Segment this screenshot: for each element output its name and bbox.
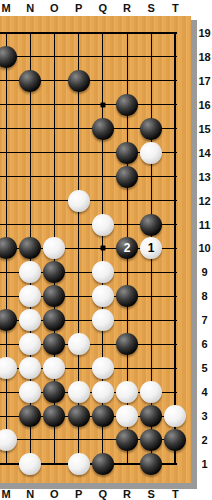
stone-black-S2[interactable] (140, 429, 162, 451)
stone-black-N10[interactable] (19, 237, 41, 259)
move-number-label: 2 (124, 237, 131, 259)
go-diagram: 21MMNNOOPPQQRRSSTT1918171615141312111098… (0, 0, 212, 500)
stone-white-P4[interactable] (68, 381, 90, 403)
stone-black-O8[interactable] (43, 285, 65, 307)
grid-line-vertical-T (174, 32, 176, 465)
stone-white-O5[interactable] (43, 357, 65, 379)
bottom-column-label-P: P (75, 488, 82, 500)
stone-white-Q5[interactable] (92, 357, 114, 379)
row-label-1: 1 (201, 458, 207, 470)
row-label-4: 4 (201, 386, 207, 398)
stone-white-P1[interactable] (68, 453, 90, 475)
star-point-Q10 (100, 246, 105, 251)
stone-white-Q4[interactable] (92, 381, 114, 403)
bottom-column-label-M: M (1, 488, 10, 500)
stone-black-R10[interactable]: 2 (116, 237, 138, 259)
stone-black-S11[interactable] (140, 214, 162, 236)
stone-black-Q15[interactable] (92, 118, 114, 140)
row-label-16: 16 (198, 99, 210, 111)
row-label-14: 14 (198, 147, 210, 159)
stone-black-R14[interactable] (116, 142, 138, 164)
stone-white-N9[interactable] (19, 261, 41, 283)
board-shadow-right (191, 20, 197, 489)
stone-black-N17[interactable] (19, 70, 41, 92)
stone-black-R2[interactable] (116, 429, 138, 451)
row-label-19: 19 (198, 27, 210, 39)
row-label-8: 8 (201, 290, 207, 302)
top-column-label-M: M (1, 2, 10, 14)
top-column-label-P: P (75, 2, 82, 14)
stone-white-Q7[interactable] (92, 309, 114, 331)
stone-black-R8[interactable] (116, 285, 138, 307)
stone-black-S1[interactable] (140, 453, 162, 475)
stone-white-N6[interactable] (19, 333, 41, 355)
stone-black-R6[interactable] (116, 333, 138, 355)
row-label-17: 17 (198, 75, 210, 87)
bottom-column-label-S: S (148, 488, 155, 500)
top-column-label-O: O (50, 2, 59, 14)
stone-white-R4[interactable] (116, 381, 138, 403)
stone-white-Q9[interactable] (92, 261, 114, 283)
top-column-label-Q: Q (99, 2, 108, 14)
stone-white-S10[interactable]: 1 (140, 237, 162, 259)
stone-white-T3[interactable] (164, 405, 186, 427)
bottom-column-label-N: N (26, 488, 34, 500)
stone-black-Q3[interactable] (92, 405, 114, 427)
stone-white-N4[interactable] (19, 381, 41, 403)
row-label-9: 9 (201, 266, 207, 278)
row-label-5: 5 (201, 362, 207, 374)
stone-black-R13[interactable] (116, 166, 138, 188)
stone-black-T2[interactable] (164, 429, 186, 451)
stone-black-P3[interactable] (68, 405, 90, 427)
stone-white-P12[interactable] (68, 190, 90, 212)
row-label-12: 12 (198, 195, 210, 207)
stone-white-P6[interactable] (68, 333, 90, 355)
stone-white-N1[interactable] (19, 453, 41, 475)
stone-black-Q1[interactable] (92, 453, 114, 475)
stone-white-O10[interactable] (43, 237, 65, 259)
top-column-label-T: T (172, 2, 179, 14)
stone-white-Q11[interactable] (92, 214, 114, 236)
bottom-column-label-Q: Q (99, 488, 108, 500)
stone-white-N7[interactable] (19, 309, 41, 331)
row-label-15: 15 (198, 123, 210, 135)
row-label-3: 3 (201, 410, 207, 422)
stone-white-S14[interactable] (140, 142, 162, 164)
row-label-2: 2 (201, 434, 207, 446)
stone-black-O6[interactable] (43, 333, 65, 355)
row-label-10: 10 (198, 242, 210, 254)
row-label-6: 6 (201, 338, 207, 350)
row-label-18: 18 (198, 51, 210, 63)
row-label-11: 11 (199, 219, 211, 231)
bottom-column-label-T: T (172, 488, 179, 500)
row-label-13: 13 (198, 171, 210, 183)
stone-white-S4[interactable] (140, 381, 162, 403)
stone-black-O9[interactable] (43, 261, 65, 283)
stone-black-O3[interactable] (43, 405, 65, 427)
top-column-label-R: R (123, 2, 131, 14)
stone-black-R16[interactable] (116, 94, 138, 116)
stone-black-P17[interactable] (68, 70, 90, 92)
stone-white-N8[interactable] (19, 285, 41, 307)
stone-white-N5[interactable] (19, 357, 41, 379)
stone-black-N3[interactable] (19, 405, 41, 427)
stone-black-O4[interactable] (43, 381, 65, 403)
stone-black-O7[interactable] (43, 309, 65, 331)
top-column-label-N: N (26, 2, 34, 14)
top-column-label-S: S (148, 2, 155, 14)
move-number-label: 1 (148, 237, 155, 259)
stone-white-R3[interactable] (116, 405, 138, 427)
bottom-column-label-R: R (123, 488, 131, 500)
stone-black-S3[interactable] (140, 405, 162, 427)
stone-white-Q8[interactable] (92, 285, 114, 307)
bottom-column-label-O: O (50, 488, 59, 500)
star-point-Q16 (100, 102, 105, 107)
stone-black-S15[interactable] (140, 118, 162, 140)
row-label-7: 7 (201, 314, 207, 326)
